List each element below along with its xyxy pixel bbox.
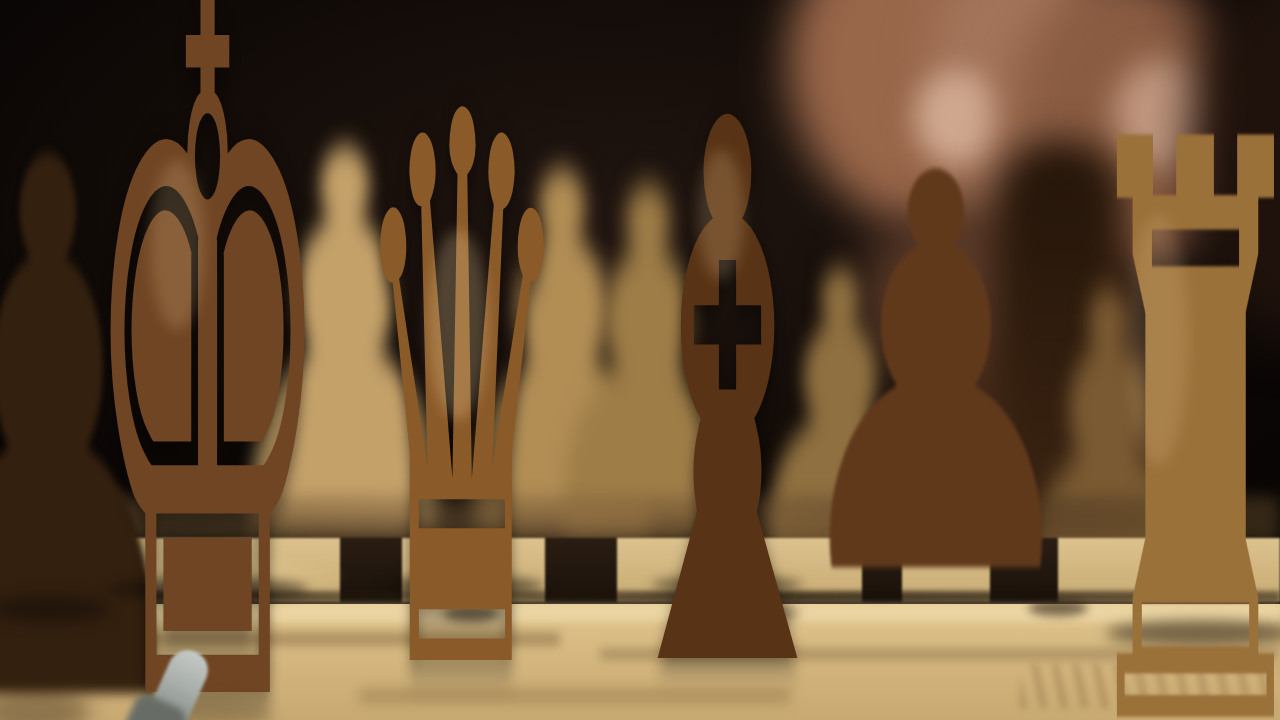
specular-highlight (428, 230, 488, 420)
specular-highlight (1128, 215, 1188, 465)
chess-photo-scene: ♟ ♟ ♟ ♟ ♟ ♟ ♚ ♛ ♝ ♟ ♜ (0, 0, 1280, 720)
specular-highlight (698, 150, 744, 280)
chess-piece-dark-king: ♚ (69, 0, 346, 720)
specular-highlight (150, 160, 205, 330)
